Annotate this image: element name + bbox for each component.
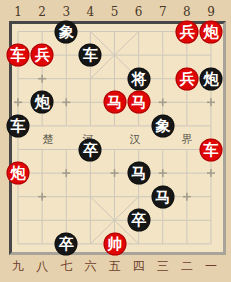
piece-red-soldier[interactable]: 兵 bbox=[31, 44, 54, 67]
file-label-bottom-3: 七 bbox=[60, 258, 72, 275]
file-label-top-8: 8 bbox=[183, 5, 191, 19]
piece-black-elephant[interactable]: 象 bbox=[55, 20, 78, 43]
piece-red-general[interactable]: 帅 bbox=[103, 232, 126, 255]
file-label-top-6: 6 bbox=[135, 5, 143, 19]
file-label-bottom-4: 六 bbox=[84, 258, 96, 275]
piece-red-cannon[interactable]: 炮 bbox=[7, 162, 30, 185]
file-label-top-7: 7 bbox=[159, 5, 167, 19]
piece-black-soldier[interactable]: 卒 bbox=[55, 232, 78, 255]
file-label-top-3: 3 bbox=[62, 5, 70, 19]
file-label-bottom-9: 一 bbox=[205, 258, 217, 275]
file-label-bottom-8: 二 bbox=[181, 258, 193, 275]
file-label-bottom-7: 三 bbox=[157, 258, 169, 275]
piece-red-chariot[interactable]: 车 bbox=[7, 44, 30, 67]
piece-red-cannon[interactable]: 炮 bbox=[200, 20, 223, 43]
piece-black-chariot[interactable]: 车 bbox=[79, 44, 102, 67]
piece-red-soldier[interactable]: 兵 bbox=[175, 67, 198, 90]
river-text-4: 界 bbox=[182, 132, 193, 147]
piece-black-elephant[interactable]: 象 bbox=[151, 114, 174, 137]
file-label-bottom-1: 九 bbox=[12, 258, 24, 275]
piece-black-soldier[interactable]: 卒 bbox=[127, 209, 150, 232]
river-text-1: 楚 bbox=[43, 132, 54, 147]
file-label-top-1: 1 bbox=[14, 5, 22, 19]
file-label-top-9: 9 bbox=[207, 5, 215, 19]
piece-red-horse[interactable]: 马 bbox=[103, 91, 126, 114]
piece-black-horse[interactable]: 马 bbox=[151, 185, 174, 208]
file-label-bottom-2: 八 bbox=[36, 258, 48, 275]
piece-black-cannon[interactable]: 炮 bbox=[31, 91, 54, 114]
file-label-top-5: 5 bbox=[111, 5, 119, 19]
river-text-3: 汉 bbox=[130, 132, 141, 147]
piece-red-horse[interactable]: 马 bbox=[127, 91, 150, 114]
piece-black-general[interactable]: 将 bbox=[127, 67, 150, 90]
piece-red-soldier[interactable]: 兵 bbox=[175, 20, 198, 43]
xiangqi-app: 123456789九八七六五四三二一楚河汉界象兵炮车兵车将兵炮炮马马车象卒车炮马… bbox=[0, 0, 231, 282]
piece-black-soldier[interactable]: 卒 bbox=[79, 138, 102, 161]
piece-black-chariot[interactable]: 车 bbox=[7, 114, 30, 137]
file-label-top-2: 2 bbox=[38, 5, 46, 19]
piece-black-cannon[interactable]: 炮 bbox=[200, 67, 223, 90]
file-label-bottom-5: 五 bbox=[109, 258, 121, 275]
file-label-bottom-6: 四 bbox=[133, 258, 145, 275]
piece-black-horse[interactable]: 马 bbox=[127, 162, 150, 185]
piece-red-chariot[interactable]: 车 bbox=[200, 138, 223, 161]
file-label-top-4: 4 bbox=[87, 5, 95, 19]
